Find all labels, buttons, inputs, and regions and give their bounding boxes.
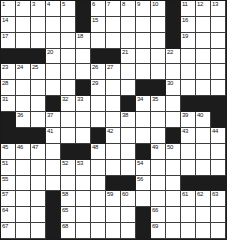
white-cell[interactable] xyxy=(166,112,181,128)
white-cell[interactable] xyxy=(211,223,226,239)
white-cell[interactable] xyxy=(151,176,166,192)
clue-number: 27 xyxy=(107,64,113,71)
clue-number: 53 xyxy=(77,160,83,167)
clue-number: 34 xyxy=(137,96,143,103)
black-cell xyxy=(136,80,151,96)
white-cell[interactable]: 26 xyxy=(91,64,106,80)
clue-number: 69 xyxy=(152,223,158,230)
white-cell[interactable]: 9 xyxy=(136,1,151,17)
clue-number: 62 xyxy=(197,191,203,198)
white-cell[interactable]: 27 xyxy=(106,64,121,80)
clue-number: 65 xyxy=(62,207,68,214)
black-cell xyxy=(166,1,181,17)
white-cell[interactable]: 34 xyxy=(136,96,151,112)
white-cell[interactable]: 32 xyxy=(61,96,76,112)
clue-number: 33 xyxy=(77,96,83,103)
white-cell[interactable] xyxy=(136,191,151,207)
white-cell[interactable]: 44 xyxy=(211,128,226,144)
white-cell[interactable]: 61 xyxy=(181,191,196,207)
clue-number: 20 xyxy=(47,49,53,56)
clue-number: 26 xyxy=(92,64,98,71)
black-cell xyxy=(46,96,61,112)
black-cell xyxy=(211,96,226,112)
white-cell[interactable]: 63 xyxy=(211,191,226,207)
clue-number: 21 xyxy=(122,49,128,56)
clue-number: 64 xyxy=(2,207,8,214)
clue-number: 13 xyxy=(212,1,218,8)
white-cell[interactable]: 16 xyxy=(181,17,196,33)
white-cell[interactable]: 29 xyxy=(91,80,106,96)
clue-number: 16 xyxy=(182,17,188,24)
white-cell[interactable] xyxy=(31,80,46,96)
black-cell xyxy=(1,112,16,128)
black-cell xyxy=(76,80,91,96)
white-cell[interactable]: 69 xyxy=(151,223,166,239)
white-cell[interactable] xyxy=(181,223,196,239)
white-cell[interactable]: 14 xyxy=(1,17,16,33)
black-cell xyxy=(181,96,196,112)
white-cell[interactable] xyxy=(106,33,121,49)
white-cell[interactable] xyxy=(16,17,31,33)
white-cell[interactable] xyxy=(76,64,91,80)
clue-number: 56 xyxy=(137,176,143,183)
black-cell xyxy=(46,191,61,207)
clue-number: 11 xyxy=(182,1,188,8)
black-cell xyxy=(91,49,106,65)
clue-number: 28 xyxy=(2,80,8,87)
white-cell[interactable] xyxy=(181,64,196,80)
black-cell xyxy=(46,223,61,239)
clue-number: 55 xyxy=(2,176,8,183)
white-cell[interactable]: 42 xyxy=(106,128,121,144)
white-cell[interactable] xyxy=(196,223,211,239)
clue-number: 47 xyxy=(32,144,38,151)
white-cell[interactable] xyxy=(166,96,181,112)
white-cell[interactable] xyxy=(16,33,31,49)
white-cell[interactable] xyxy=(196,33,211,49)
white-cell[interactable] xyxy=(16,223,31,239)
clue-number: 7 xyxy=(107,1,110,8)
white-cell[interactable] xyxy=(31,176,46,192)
clue-number: 18 xyxy=(77,33,83,40)
clue-number: 49 xyxy=(152,144,158,151)
white-cell[interactable]: 53 xyxy=(76,160,91,176)
white-cell[interactable] xyxy=(136,128,151,144)
white-cell[interactable]: 47 xyxy=(31,144,46,160)
white-cell[interactable]: 5 xyxy=(61,1,76,17)
clue-number: 68 xyxy=(62,223,68,230)
white-cell[interactable]: 28 xyxy=(1,80,16,96)
black-cell xyxy=(166,128,181,144)
black-cell xyxy=(166,33,181,49)
white-cell[interactable] xyxy=(181,160,196,176)
black-cell xyxy=(106,49,121,65)
clue-number: 44 xyxy=(212,128,218,135)
white-cell[interactable]: 11 xyxy=(181,1,196,17)
white-cell[interactable]: 56 xyxy=(136,176,151,192)
white-cell[interactable] xyxy=(166,223,181,239)
white-cell[interactable] xyxy=(76,223,91,239)
black-cell xyxy=(196,96,211,112)
white-cell[interactable]: 8 xyxy=(121,1,136,17)
white-cell[interactable] xyxy=(211,160,226,176)
white-cell[interactable]: 54 xyxy=(136,160,151,176)
white-cell[interactable]: 3 xyxy=(31,1,46,17)
white-cell[interactable] xyxy=(151,49,166,65)
black-cell xyxy=(91,128,106,144)
white-cell[interactable] xyxy=(106,112,121,128)
black-cell xyxy=(166,17,181,33)
clue-number: 48 xyxy=(92,144,98,151)
white-cell[interactable] xyxy=(121,64,136,80)
white-cell[interactable]: 39 xyxy=(181,112,196,128)
white-cell[interactable]: 50 xyxy=(166,144,181,160)
clue-number: 10 xyxy=(152,1,158,8)
white-cell[interactable] xyxy=(196,128,211,144)
white-cell[interactable] xyxy=(181,49,196,65)
white-cell[interactable] xyxy=(151,191,166,207)
white-cell[interactable] xyxy=(31,33,46,49)
white-cell[interactable]: 18 xyxy=(76,33,91,49)
clue-number: 4 xyxy=(47,1,50,8)
white-cell[interactable] xyxy=(151,17,166,33)
white-cell[interactable] xyxy=(31,160,46,176)
white-cell[interactable] xyxy=(91,112,106,128)
white-cell[interactable] xyxy=(166,207,181,223)
white-cell[interactable] xyxy=(181,80,196,96)
white-cell[interactable] xyxy=(61,33,76,49)
white-cell[interactable]: 46 xyxy=(16,144,31,160)
white-cell[interactable]: 57 xyxy=(1,191,16,207)
white-cell[interactable] xyxy=(151,128,166,144)
black-cell xyxy=(121,176,136,192)
white-cell[interactable]: 67 xyxy=(1,223,16,239)
white-cell[interactable]: 20 xyxy=(46,49,61,65)
white-cell[interactable] xyxy=(166,64,181,80)
white-cell[interactable] xyxy=(136,17,151,33)
white-cell[interactable] xyxy=(61,112,76,128)
white-cell[interactable]: 40 xyxy=(196,112,211,128)
white-cell[interactable]: 49 xyxy=(151,144,166,160)
clue-number: 23 xyxy=(2,64,8,71)
white-cell[interactable]: 65 xyxy=(61,207,76,223)
white-cell[interactable] xyxy=(121,144,136,160)
white-cell[interactable] xyxy=(196,160,211,176)
white-cell[interactable] xyxy=(121,128,136,144)
white-cell[interactable]: 43 xyxy=(181,128,196,144)
clue-number: 58 xyxy=(62,191,68,198)
clue-number: 42 xyxy=(107,128,113,135)
white-cell[interactable] xyxy=(91,223,106,239)
white-cell[interactable] xyxy=(91,33,106,49)
white-cell[interactable] xyxy=(76,207,91,223)
clue-number: 38 xyxy=(122,112,128,119)
white-cell[interactable]: 58 xyxy=(61,191,76,207)
white-cell[interactable] xyxy=(121,160,136,176)
white-cell[interactable] xyxy=(61,64,76,80)
white-cell[interactable] xyxy=(31,112,46,128)
black-cell xyxy=(76,17,91,33)
white-cell[interactable]: 59 xyxy=(106,191,121,207)
white-cell[interactable] xyxy=(31,207,46,223)
clue-number: 29 xyxy=(92,80,98,87)
white-cell[interactable] xyxy=(16,191,31,207)
white-cell[interactable]: 1 xyxy=(1,1,16,17)
clue-number: 59 xyxy=(107,191,113,198)
white-cell[interactable] xyxy=(151,112,166,128)
clue-number: 57 xyxy=(2,191,8,198)
white-cell[interactable] xyxy=(76,191,91,207)
white-cell[interactable] xyxy=(46,80,61,96)
black-cell xyxy=(211,112,226,128)
black-cell xyxy=(1,49,16,65)
white-cell[interactable]: 35 xyxy=(151,96,166,112)
clue-number: 61 xyxy=(182,191,188,198)
white-cell[interactable] xyxy=(61,128,76,144)
white-cell[interactable] xyxy=(76,176,91,192)
black-cell xyxy=(136,144,151,160)
clue-number: 63 xyxy=(212,191,218,198)
white-cell[interactable]: 60 xyxy=(121,191,136,207)
white-cell[interactable] xyxy=(211,207,226,223)
clue-number: 30 xyxy=(167,80,173,87)
clue-number: 8 xyxy=(122,1,125,8)
clue-number: 60 xyxy=(122,191,128,198)
white-cell[interactable] xyxy=(16,207,31,223)
clue-number: 31 xyxy=(2,96,8,103)
black-cell xyxy=(31,128,46,144)
white-cell[interactable]: 52 xyxy=(61,160,76,176)
white-cell[interactable]: 13 xyxy=(211,1,226,17)
clue-number: 12 xyxy=(197,1,203,8)
white-cell[interactable] xyxy=(106,17,121,33)
clue-number: 43 xyxy=(182,128,188,135)
white-cell[interactable] xyxy=(106,96,121,112)
white-cell[interactable]: 62 xyxy=(196,191,211,207)
white-cell[interactable]: 10 xyxy=(151,1,166,17)
white-cell[interactable]: 12 xyxy=(196,1,211,17)
black-cell xyxy=(76,144,91,160)
white-cell[interactable]: 19 xyxy=(181,33,196,49)
white-cell[interactable]: 55 xyxy=(1,176,16,192)
white-cell[interactable]: 66 xyxy=(151,207,166,223)
clue-number: 9 xyxy=(137,1,140,8)
black-cell xyxy=(46,207,61,223)
clue-number: 52 xyxy=(62,160,68,167)
white-cell[interactable]: 37 xyxy=(46,112,61,128)
white-cell[interactable] xyxy=(121,80,136,96)
white-cell[interactable] xyxy=(211,80,226,96)
white-cell[interactable] xyxy=(136,33,151,49)
white-cell[interactable] xyxy=(136,49,151,65)
white-cell[interactable] xyxy=(181,207,196,223)
white-cell[interactable]: 21 xyxy=(121,49,136,65)
white-cell[interactable] xyxy=(31,223,46,239)
crossword-grid: 1234567891011121314151617181920212223242… xyxy=(0,0,227,240)
white-cell[interactable] xyxy=(91,191,106,207)
clue-number: 2 xyxy=(17,1,20,8)
white-cell[interactable] xyxy=(46,33,61,49)
white-cell[interactable] xyxy=(166,160,181,176)
clue-number: 45 xyxy=(2,144,8,151)
white-cell[interactable] xyxy=(121,17,136,33)
white-cell[interactable] xyxy=(121,223,136,239)
clue-number: 22 xyxy=(167,49,173,56)
clue-number: 67 xyxy=(2,223,8,230)
white-cell[interactable]: 6 xyxy=(91,1,106,17)
white-cell[interactable] xyxy=(196,144,211,160)
black-cell xyxy=(151,80,166,96)
clue-number: 17 xyxy=(2,33,8,40)
white-cell[interactable] xyxy=(46,160,61,176)
white-cell[interactable] xyxy=(121,33,136,49)
clue-number: 66 xyxy=(152,207,158,214)
white-cell[interactable] xyxy=(76,128,91,144)
white-cell[interactable] xyxy=(31,191,46,207)
white-cell[interactable] xyxy=(46,64,61,80)
white-cell[interactable] xyxy=(61,49,76,65)
black-cell xyxy=(136,207,151,223)
black-cell xyxy=(136,223,151,239)
clue-number: 40 xyxy=(197,112,203,119)
black-cell xyxy=(1,128,16,144)
white-cell[interactable] xyxy=(181,144,196,160)
black-cell xyxy=(31,49,46,65)
clue-number: 50 xyxy=(167,144,173,151)
white-cell[interactable]: 41 xyxy=(46,128,61,144)
white-cell[interactable]: 30 xyxy=(166,80,181,96)
white-cell[interactable]: 2 xyxy=(16,1,31,17)
white-cell[interactable] xyxy=(46,17,61,33)
white-cell[interactable] xyxy=(151,64,166,80)
clue-number: 46 xyxy=(17,144,23,151)
clue-number: 25 xyxy=(32,64,38,71)
white-cell[interactable] xyxy=(211,144,226,160)
white-cell[interactable] xyxy=(196,64,211,80)
white-cell[interactable] xyxy=(136,64,151,80)
white-cell[interactable] xyxy=(76,112,91,128)
black-cell xyxy=(61,144,76,160)
white-cell[interactable]: 68 xyxy=(61,223,76,239)
white-cell[interactable] xyxy=(46,176,61,192)
clue-number: 15 xyxy=(92,17,98,24)
white-cell[interactable] xyxy=(121,207,136,223)
white-cell[interactable] xyxy=(16,176,31,192)
white-cell[interactable]: 38 xyxy=(121,112,136,128)
white-cell[interactable]: 17 xyxy=(1,33,16,49)
white-cell[interactable]: 48 xyxy=(91,144,106,160)
white-cell[interactable] xyxy=(61,80,76,96)
white-cell[interactable]: 7 xyxy=(106,1,121,17)
white-cell[interactable] xyxy=(91,160,106,176)
white-cell[interactable] xyxy=(46,144,61,160)
white-cell[interactable] xyxy=(106,223,121,239)
white-cell[interactable] xyxy=(106,160,121,176)
white-cell[interactable] xyxy=(106,80,121,96)
clue-number: 14 xyxy=(2,17,8,24)
white-cell[interactable] xyxy=(61,17,76,33)
white-cell[interactable] xyxy=(31,96,46,112)
white-cell[interactable]: 45 xyxy=(1,144,16,160)
white-cell[interactable] xyxy=(166,176,181,192)
white-cell[interactable] xyxy=(211,17,226,33)
white-cell[interactable] xyxy=(16,96,31,112)
white-cell[interactable] xyxy=(91,176,106,192)
clue-number: 37 xyxy=(47,112,53,119)
white-cell[interactable] xyxy=(196,49,211,65)
white-cell[interactable] xyxy=(166,191,181,207)
clue-number: 36 xyxy=(17,112,23,119)
white-cell[interactable] xyxy=(196,17,211,33)
white-cell[interactable]: 24 xyxy=(16,64,31,80)
white-cell[interactable] xyxy=(106,207,121,223)
white-cell[interactable]: 51 xyxy=(1,160,16,176)
white-cell[interactable] xyxy=(76,49,91,65)
clue-number: 19 xyxy=(182,33,188,40)
black-cell xyxy=(181,176,196,192)
black-cell xyxy=(16,128,31,144)
white-cell[interactable]: 64 xyxy=(1,207,16,223)
white-cell[interactable] xyxy=(31,17,46,33)
white-cell[interactable] xyxy=(211,49,226,65)
white-cell[interactable] xyxy=(211,64,226,80)
white-cell[interactable]: 36 xyxy=(16,112,31,128)
white-cell[interactable] xyxy=(16,80,31,96)
white-cell[interactable] xyxy=(91,96,106,112)
white-cell[interactable]: 22 xyxy=(166,49,181,65)
clue-number: 54 xyxy=(137,160,143,167)
white-cell[interactable] xyxy=(136,112,151,128)
clue-number: 5 xyxy=(62,1,65,8)
white-cell[interactable] xyxy=(196,80,211,96)
white-cell[interactable]: 23 xyxy=(1,64,16,80)
black-cell xyxy=(76,1,91,17)
black-cell xyxy=(211,176,226,192)
white-cell[interactable] xyxy=(151,33,166,49)
white-cell[interactable] xyxy=(151,160,166,176)
white-cell[interactable] xyxy=(16,160,31,176)
white-cell[interactable] xyxy=(91,207,106,223)
white-cell[interactable]: 31 xyxy=(1,96,16,112)
clue-number: 6 xyxy=(92,1,95,8)
clue-number: 35 xyxy=(152,96,158,103)
clue-number: 39 xyxy=(182,112,188,119)
clue-number: 3 xyxy=(32,1,35,8)
clue-number: 24 xyxy=(17,64,23,71)
black-cell xyxy=(106,176,121,192)
black-cell xyxy=(16,49,31,65)
white-cell[interactable] xyxy=(211,33,226,49)
clue-number: 51 xyxy=(2,160,8,167)
white-cell[interactable] xyxy=(61,176,76,192)
clue-number: 1 xyxy=(2,1,5,8)
white-cell[interactable] xyxy=(196,207,211,223)
black-cell xyxy=(121,96,136,112)
white-cell[interactable]: 33 xyxy=(76,96,91,112)
black-cell xyxy=(196,176,211,192)
white-cell[interactable]: 15 xyxy=(91,17,106,33)
white-cell[interactable]: 4 xyxy=(46,1,61,17)
white-cell[interactable]: 25 xyxy=(31,64,46,80)
clue-number: 41 xyxy=(47,128,53,135)
clue-number: 32 xyxy=(62,96,68,103)
white-cell[interactable] xyxy=(106,144,121,160)
